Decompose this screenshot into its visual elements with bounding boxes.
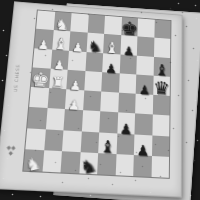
piece-white-pawn-b6[interactable]: ♟: [53, 58, 66, 71]
piece-black-queen-h5[interactable]: ♛: [153, 79, 170, 98]
square-g8[interactable]: [137, 18, 154, 37]
square-d3[interactable]: [81, 110, 100, 132]
board-corner-logo-icon: ◆◆◆: [5, 145, 18, 156]
piece-white-king-a5[interactable]: ♚: [31, 69, 51, 90]
square-b2[interactable]: [44, 129, 64, 151]
square-g6[interactable]: [136, 55, 153, 75]
square-d5[interactable]: [84, 71, 102, 92]
piece-white-pawn-c4[interactable]: ♟: [68, 99, 81, 113]
piece-black-king-f8[interactable]: ♚: [121, 19, 139, 38]
square-e3[interactable]: [99, 111, 118, 132]
piece-white-pawn-c5[interactable]: ♟: [69, 79, 81, 92]
square-c1[interactable]: [61, 151, 81, 173]
square-d2[interactable]: [80, 131, 99, 153]
square-g7[interactable]: [137, 37, 154, 57]
square-c8[interactable]: [70, 13, 88, 33]
piece-black-pawn-e6[interactable]: ♟: [105, 62, 117, 75]
photo-scene: US CHESS ◆◆◆ ♞♟♝♟♝♟♚♜♟♟♞♚♞♟♟♝♟♛♟♝♟♞: [0, 0, 200, 200]
square-a3[interactable]: [27, 107, 47, 129]
piece-white-knight-a1[interactable]: ♞: [24, 155, 42, 175]
square-f4[interactable]: [118, 93, 136, 114]
square-f5[interactable]: [119, 73, 137, 94]
board-edge-brand-text: US CHESS: [13, 51, 22, 92]
dust-speckles-light: [0, 0, 1, 1]
square-e4[interactable]: [100, 91, 118, 112]
square-b1[interactable]: [42, 150, 62, 173]
chess-board-sheet: US CHESS ◆◆◆ ♞♟♝♟♝♟♚♜♟♟♞♚♞♟♟♝♟♛♟♝♟♞: [0, 1, 183, 197]
chess-board: ♞♟♝♟♝♟♚♜♟♟♞♚♞♟♟♝♟♛♟♝♟♞: [23, 10, 170, 177]
square-h2[interactable]: [151, 135, 169, 157]
piece-white-bishop-b7[interactable]: ♝: [53, 36, 68, 52]
piece-black-pawn-g2[interactable]: ♟: [136, 143, 149, 158]
square-g3[interactable]: [134, 114, 152, 135]
square-h7[interactable]: [154, 38, 171, 58]
piece-white-pawn-c7[interactable]: ♟: [72, 40, 84, 53]
square-a2[interactable]: [25, 128, 45, 150]
piece-black-knight-d7[interactable]: ♞: [87, 39, 102, 55]
square-a8[interactable]: [36, 10, 55, 30]
piece-white-rook-b5[interactable]: ♜: [51, 76, 66, 92]
square-h1[interactable]: [151, 156, 169, 178]
square-c2[interactable]: [62, 130, 81, 152]
square-h8[interactable]: [154, 20, 171, 39]
square-d4[interactable]: [83, 90, 102, 111]
piece-white-pawn-a7[interactable]: ♟: [37, 38, 50, 51]
piece-black-pawn-g5[interactable]: ♟: [138, 83, 150, 96]
square-f1[interactable]: [115, 154, 134, 176]
square-e8[interactable]: [104, 16, 121, 36]
square-d8[interactable]: [87, 14, 105, 34]
square-h3[interactable]: [152, 115, 170, 136]
piece-white-bishop-e7[interactable]: ♝: [105, 40, 119, 56]
piece-black-pawn-f7[interactable]: ♟: [123, 44, 135, 57]
piece-black-pawn-f3[interactable]: ♟: [119, 121, 132, 136]
square-b3[interactable]: [45, 108, 64, 130]
piece-white-knight-b8[interactable]: ♞: [55, 18, 70, 34]
piece-black-bishop-e2[interactable]: ♝: [100, 138, 115, 155]
